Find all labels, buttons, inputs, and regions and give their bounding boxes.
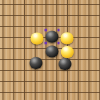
stone-black bbox=[46, 45, 59, 58]
stone-black bbox=[46, 31, 59, 44]
stone-yellow bbox=[31, 32, 44, 45]
stone-yellow bbox=[61, 32, 74, 45]
stone-black bbox=[59, 58, 72, 71]
last-move-marker bbox=[44, 29, 60, 45]
stone-yellow bbox=[61, 46, 74, 59]
stone-black bbox=[30, 57, 43, 70]
go-board[interactable] bbox=[0, 0, 100, 100]
stone-cluster bbox=[29, 32, 74, 71]
